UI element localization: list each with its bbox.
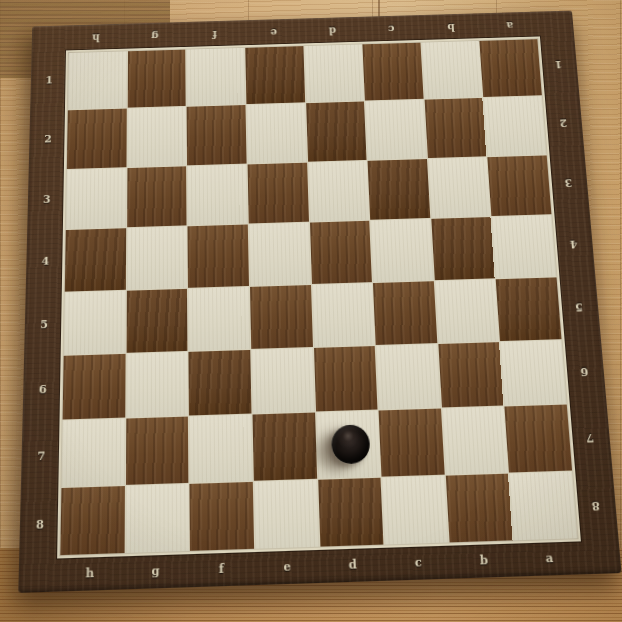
square-a6[interactable]: [500, 340, 566, 406]
coord-label-b: b: [420, 16, 480, 39]
square-d7[interactable]: ♟: [316, 411, 381, 479]
coord-label-6: 6: [30, 356, 56, 423]
square-e3[interactable]: [247, 162, 308, 223]
square-a7[interactable]: [505, 405, 572, 472]
piece-glyph: ♟: [331, 426, 332, 427]
coord-label-e: e: [244, 21, 304, 44]
square-h6[interactable]: [63, 354, 126, 420]
square-e6[interactable]: [251, 348, 314, 414]
square-f3[interactable]: [187, 164, 247, 225]
square-f5[interactable]: [188, 286, 250, 350]
coord-label-7: 7: [575, 405, 605, 473]
square-b5[interactable]: [435, 279, 500, 343]
square-h2[interactable]: [67, 109, 127, 169]
coord-label-5: 5: [564, 275, 593, 339]
square-f6[interactable]: [189, 350, 252, 416]
coord-label-4: 4: [33, 229, 58, 292]
square-b4[interactable]: [431, 217, 495, 280]
square-d8[interactable]: [318, 477, 384, 546]
coord-label-a: a: [479, 14, 540, 37]
square-c2[interactable]: [365, 100, 427, 160]
square-a3[interactable]: [488, 155, 552, 216]
coord-label-7: 7: [28, 422, 54, 490]
square-e2[interactable]: [246, 104, 306, 164]
square-g1[interactable]: [127, 50, 186, 108]
square-f2[interactable]: [187, 105, 247, 165]
coord-label-g: g: [123, 556, 189, 585]
square-d4[interactable]: [310, 221, 372, 284]
square-c5[interactable]: [373, 281, 437, 345]
square-c6[interactable]: [376, 344, 441, 410]
square-c4[interactable]: [370, 219, 433, 282]
square-h3[interactable]: [66, 168, 126, 229]
square-e1[interactable]: [245, 46, 305, 104]
coord-label-2: 2: [36, 109, 61, 169]
square-d3[interactable]: [308, 161, 370, 222]
square-b2[interactable]: [424, 98, 486, 158]
square-d5[interactable]: [311, 283, 374, 347]
rank-labels-left: 12345678: [26, 51, 61, 560]
square-h8[interactable]: [60, 486, 124, 556]
square-f4[interactable]: [188, 225, 249, 288]
square-d2[interactable]: [306, 102, 367, 162]
square-g7[interactable]: [126, 417, 189, 485]
square-c1[interactable]: [363, 43, 424, 101]
square-g2[interactable]: [127, 107, 186, 167]
square-d1[interactable]: [304, 44, 364, 102]
coord-label-2: 2: [549, 93, 577, 153]
coord-label-e: e: [254, 552, 320, 581]
chess-board: hgfedcba hgfedcba 12345678 12345678 ♟: [18, 11, 621, 593]
square-e7[interactable]: [252, 413, 316, 481]
coord-label-1: 1: [545, 36, 573, 94]
square-g4[interactable]: [127, 226, 188, 289]
coord-label-g: g: [125, 25, 184, 48]
square-a8[interactable]: [509, 471, 577, 540]
square-b7[interactable]: [442, 407, 508, 474]
black-pawn[interactable]: ♟: [331, 425, 371, 465]
square-a1[interactable]: [480, 39, 542, 97]
square-e4[interactable]: [249, 223, 311, 286]
square-f1[interactable]: [186, 48, 245, 106]
square-f8[interactable]: [190, 481, 254, 550]
square-b1[interactable]: [421, 41, 482, 99]
square-h7[interactable]: [61, 419, 124, 487]
square-d6[interactable]: [314, 346, 378, 412]
square-f7[interactable]: [189, 415, 252, 483]
square-c3[interactable]: [368, 159, 430, 220]
square-g8[interactable]: [125, 484, 189, 553]
coord-label-h: h: [57, 559, 123, 588]
coord-label-8: 8: [581, 472, 612, 542]
coord-label-3: 3: [34, 168, 59, 230]
coord-label-a: a: [516, 544, 583, 572]
square-a5[interactable]: [496, 277, 561, 341]
playing-area: ♟: [57, 36, 581, 558]
square-e8[interactable]: [254, 479, 319, 548]
coord-label-6: 6: [570, 339, 600, 405]
square-g6[interactable]: [126, 352, 188, 418]
square-h5[interactable]: [64, 290, 126, 354]
coord-label-1: 1: [37, 51, 61, 110]
coord-label-3: 3: [554, 153, 583, 214]
squares-grid: ♟: [60, 39, 577, 555]
square-b3[interactable]: [428, 157, 491, 218]
square-h1[interactable]: [68, 51, 127, 109]
coord-label-f: f: [185, 23, 244, 46]
coord-label-b: b: [450, 546, 517, 574]
square-a2[interactable]: [484, 96, 547, 156]
square-a4[interactable]: [492, 215, 557, 277]
coord-label-5: 5: [31, 292, 57, 357]
coord-label-c: c: [362, 18, 422, 41]
square-g5[interactable]: [126, 288, 187, 352]
square-b6[interactable]: [438, 342, 504, 408]
square-b8[interactable]: [446, 473, 513, 542]
square-c7[interactable]: [379, 409, 445, 476]
coord-label-d: d: [319, 550, 386, 579]
coord-label-f: f: [188, 554, 254, 583]
coord-label-h: h: [66, 26, 125, 49]
square-h4[interactable]: [65, 228, 126, 291]
overhead-chessboard-photo: hgfedcba hgfedcba 12345678 12345678 ♟: [0, 0, 622, 622]
square-g3[interactable]: [127, 166, 187, 227]
coord-label-8: 8: [26, 489, 53, 559]
coord-label-d: d: [303, 19, 363, 42]
square-c8[interactable]: [382, 475, 449, 544]
square-e5[interactable]: [250, 285, 313, 349]
coord-label-c: c: [385, 548, 452, 577]
coord-label-4: 4: [559, 213, 588, 276]
